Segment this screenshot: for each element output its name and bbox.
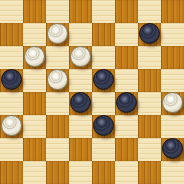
dark-square[interactable] <box>69 0 92 23</box>
light-square <box>46 0 69 23</box>
light-square <box>69 23 92 46</box>
dark-square[interactable] <box>46 69 69 92</box>
dark-square[interactable] <box>46 23 69 46</box>
white-checker-piece[interactable] <box>1 115 22 136</box>
light-square <box>92 0 115 23</box>
light-square <box>115 23 138 46</box>
dark-square[interactable] <box>115 138 138 161</box>
light-square <box>115 115 138 138</box>
dark-square[interactable] <box>46 161 69 184</box>
light-square <box>161 69 184 92</box>
light-square <box>23 161 46 184</box>
dark-square[interactable] <box>69 138 92 161</box>
dark-square[interactable] <box>161 138 184 161</box>
light-square <box>92 46 115 69</box>
light-square <box>92 92 115 115</box>
light-square <box>46 46 69 69</box>
light-square <box>161 115 184 138</box>
white-checker-piece[interactable] <box>70 46 91 67</box>
dark-square[interactable] <box>69 46 92 69</box>
dark-square[interactable] <box>0 69 23 92</box>
light-square <box>69 161 92 184</box>
light-square <box>138 46 161 69</box>
dark-square[interactable] <box>161 92 184 115</box>
dark-square[interactable] <box>23 138 46 161</box>
light-square <box>161 161 184 184</box>
checkers-board <box>0 0 184 184</box>
dark-square[interactable] <box>23 92 46 115</box>
light-square <box>46 138 69 161</box>
white-checker-piece[interactable] <box>47 69 68 90</box>
light-square <box>0 0 23 23</box>
dark-square[interactable] <box>0 115 23 138</box>
dark-square[interactable] <box>92 115 115 138</box>
light-square <box>92 138 115 161</box>
white-checker-piece[interactable] <box>162 92 183 113</box>
light-square <box>46 92 69 115</box>
dark-square[interactable] <box>0 161 23 184</box>
light-square <box>115 69 138 92</box>
dark-square[interactable] <box>92 23 115 46</box>
light-square <box>161 23 184 46</box>
light-square <box>23 115 46 138</box>
light-square <box>23 69 46 92</box>
light-square <box>138 138 161 161</box>
board-window <box>0 0 184 184</box>
light-square <box>138 92 161 115</box>
black-checker-piece[interactable] <box>93 115 114 136</box>
dark-square[interactable] <box>115 92 138 115</box>
dark-square[interactable] <box>161 0 184 23</box>
dark-square[interactable] <box>138 115 161 138</box>
dark-square[interactable] <box>92 69 115 92</box>
dark-square[interactable] <box>46 115 69 138</box>
dark-square[interactable] <box>69 92 92 115</box>
dark-square[interactable] <box>138 23 161 46</box>
light-square <box>69 115 92 138</box>
dark-square[interactable] <box>115 46 138 69</box>
dark-square[interactable] <box>138 161 161 184</box>
light-square <box>69 69 92 92</box>
black-checker-piece[interactable] <box>1 69 22 90</box>
dark-square[interactable] <box>92 161 115 184</box>
light-square <box>138 0 161 23</box>
dark-square[interactable] <box>115 0 138 23</box>
black-checker-piece[interactable] <box>162 138 183 159</box>
black-checker-piece[interactable] <box>116 92 137 113</box>
white-checker-piece[interactable] <box>47 23 68 44</box>
white-checker-piece[interactable] <box>24 46 45 67</box>
dark-square[interactable] <box>23 0 46 23</box>
light-square <box>0 46 23 69</box>
dark-square[interactable] <box>0 23 23 46</box>
light-square <box>23 23 46 46</box>
dark-square[interactable] <box>138 69 161 92</box>
light-square <box>0 92 23 115</box>
black-checker-piece[interactable] <box>93 69 114 90</box>
light-square <box>0 138 23 161</box>
black-checker-piece[interactable] <box>70 92 91 113</box>
dark-square[interactable] <box>23 46 46 69</box>
light-square <box>115 161 138 184</box>
black-checker-piece[interactable] <box>139 23 160 44</box>
dark-square[interactable] <box>161 46 184 69</box>
